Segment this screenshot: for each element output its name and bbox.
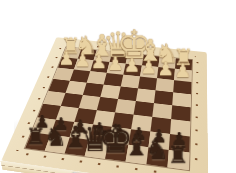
frame-nail-dots-right xyxy=(192,57,200,173)
square-a8: ♜ xyxy=(167,149,189,169)
square-c6 xyxy=(131,114,152,131)
square-a6 xyxy=(170,119,190,136)
square-a2: ♟ xyxy=(174,68,192,81)
folding-chess-case: ♜♞♝♛♚♝♞♜♟♟♟♟♟♟♟♟♟♟♟♟♟♟♟♟♜♞♝♛♚♝♞♜ xyxy=(1,37,208,173)
square-d7: ♟ xyxy=(109,126,131,144)
square-g4 xyxy=(65,80,86,94)
square-g7: ♟ xyxy=(51,119,75,136)
black-rook: ♜ xyxy=(168,144,189,166)
square-d5 xyxy=(115,99,136,115)
square-c8: ♝ xyxy=(126,144,149,164)
square-h7: ♟ xyxy=(32,117,56,134)
square-e2: ♟ xyxy=(107,62,126,75)
square-d8: ♚ xyxy=(105,142,128,161)
square-b3 xyxy=(156,78,175,92)
square-g5 xyxy=(61,92,83,107)
square-c1: ♝ xyxy=(142,54,160,66)
square-a5 xyxy=(171,105,191,121)
square-b6 xyxy=(150,116,171,133)
square-b1: ♞ xyxy=(158,56,175,68)
square-c7: ♟ xyxy=(128,129,150,147)
square-d3 xyxy=(121,74,140,88)
case-right-edge xyxy=(205,51,208,173)
square-g8: ♞ xyxy=(45,134,70,153)
square-b7: ♟ xyxy=(148,131,170,149)
clasp-latch xyxy=(73,172,88,173)
square-c5 xyxy=(134,101,154,117)
square-f8: ♝ xyxy=(65,137,89,156)
square-a7: ♟ xyxy=(169,133,190,152)
square-h6 xyxy=(38,103,61,119)
square-e1: ♛ xyxy=(110,51,128,63)
square-a3 xyxy=(173,80,191,94)
square-d4 xyxy=(118,86,138,101)
chess-set-photo: ♜♞♝♛♚♝♞♜♟♟♟♟♟♟♟♟♟♟♟♟♟♟♟♟♜♞♝♛♚♝♞♜ xyxy=(0,0,236,173)
square-b8: ♞ xyxy=(146,147,168,167)
square-f6 xyxy=(74,108,96,124)
square-d6 xyxy=(112,112,134,129)
square-g1: ♞ xyxy=(78,48,97,60)
square-c4 xyxy=(136,88,156,103)
